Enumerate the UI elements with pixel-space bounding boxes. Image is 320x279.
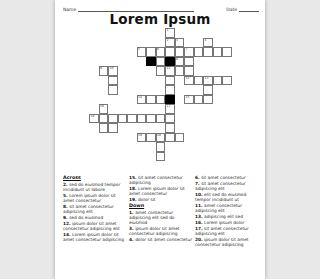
grid-gap xyxy=(165,152,175,162)
cell-number: 14 xyxy=(138,96,142,99)
grid-gap xyxy=(213,57,223,67)
grid-gap xyxy=(108,47,118,57)
grid-gap xyxy=(118,85,128,95)
grid-gap xyxy=(108,104,118,114)
letter-cell[interactable] xyxy=(175,47,185,57)
letter-cell[interactable] xyxy=(156,95,166,105)
grid-gap xyxy=(127,85,137,95)
down-header: Down xyxy=(129,203,193,209)
grid-gap xyxy=(146,28,156,38)
grid-gap xyxy=(99,142,109,152)
grid-gap xyxy=(203,123,213,133)
letter-cell[interactable] xyxy=(213,76,223,86)
across-clue-14: 14. Lorem ipsum dolor sit amet consectet… xyxy=(63,232,127,242)
grid-gap xyxy=(213,85,223,95)
grid-gap xyxy=(146,152,156,162)
grid-gap xyxy=(175,85,185,95)
letter-cell[interactable]: 10 xyxy=(108,66,118,76)
grid-gap xyxy=(222,95,232,105)
grid-gap xyxy=(222,85,232,95)
letter-cell[interactable] xyxy=(203,47,213,57)
down-clue-13: 13. adipiscing elit sed xyxy=(195,214,259,219)
grid-gap xyxy=(89,57,99,67)
grid-gap xyxy=(137,85,147,95)
worksheet-page: NameDate Lorem Ipsum 1234567891011121314… xyxy=(55,0,265,279)
across-header: Across xyxy=(63,175,127,181)
grid-gap xyxy=(222,104,232,114)
letter-cell[interactable] xyxy=(175,66,185,76)
grid-gap xyxy=(175,123,185,133)
grid-gap xyxy=(89,133,99,143)
grid-gap xyxy=(118,133,128,143)
grid-gap xyxy=(156,28,166,38)
grid-gap xyxy=(127,133,137,143)
grid-gap xyxy=(184,133,194,143)
letter-cell[interactable]: 4 xyxy=(203,38,213,48)
letter-cell[interactable]: 18 xyxy=(89,114,99,124)
grid-gap xyxy=(146,104,156,114)
down-clue-17: 17. sit amet consectetur adipiscing elit xyxy=(195,226,259,236)
grid-gap xyxy=(213,152,223,162)
grid-gap xyxy=(108,28,118,38)
grid-gap xyxy=(99,152,109,162)
letter-cell[interactable] xyxy=(194,47,204,57)
grid-gap xyxy=(137,38,147,48)
letter-cell[interactable] xyxy=(222,76,232,86)
grid-gap xyxy=(118,66,128,76)
grid-gap xyxy=(108,152,118,162)
across-clue-8: 8. sit amet consectetur adipiscing elit xyxy=(63,204,127,214)
grid-gap xyxy=(127,28,137,38)
grid-gap xyxy=(118,95,128,105)
cell-number: 3 xyxy=(176,39,178,42)
grid-gap xyxy=(89,66,99,76)
grid-gap xyxy=(137,152,147,162)
grid-gap xyxy=(222,123,232,133)
grid-gap xyxy=(127,66,137,76)
letter-cell[interactable] xyxy=(165,47,175,57)
grid-gap xyxy=(127,152,137,162)
down-clue-6: 6. sit amet consectetur xyxy=(195,175,259,180)
down-clue-7: 7. sit amet consectetur adipiscing elit xyxy=(195,181,259,191)
grid-gap xyxy=(127,38,137,48)
grid-gap xyxy=(203,142,213,152)
grid-gap xyxy=(175,76,185,86)
cell-number: 16 xyxy=(100,105,104,108)
across-clue-5: 5. Lorem ipsum dolor sit amet consectetu… xyxy=(63,193,127,203)
grid-gap xyxy=(146,123,156,133)
cell-number: 13 xyxy=(205,77,209,80)
grid-gap xyxy=(156,38,166,48)
letter-cell[interactable] xyxy=(99,123,109,133)
letter-cell[interactable] xyxy=(146,95,156,105)
grid-gap xyxy=(184,142,194,152)
cell-number: 15 xyxy=(186,96,190,99)
down-clue-16: 16. Lorem ipsum dolor xyxy=(195,220,259,225)
black-cell xyxy=(165,95,175,105)
grid-gap xyxy=(108,95,118,105)
grid-gap xyxy=(222,28,232,38)
grid-gap xyxy=(175,142,185,152)
grid-gap xyxy=(184,114,194,124)
grid-gap xyxy=(222,38,232,48)
letter-cell[interactable]: 14 xyxy=(137,95,147,105)
letter-cell[interactable] xyxy=(99,114,109,124)
down-clue-20: 20. ipsum dolor sit amet consectetur adi… xyxy=(195,237,259,247)
grid-gap xyxy=(194,133,204,143)
grid-gap xyxy=(137,104,147,114)
black-cell xyxy=(165,57,175,67)
letter-cell[interactable] xyxy=(108,85,118,95)
grid-gap xyxy=(137,123,147,133)
letter-cell[interactable] xyxy=(165,85,175,95)
grid-gap xyxy=(175,152,185,162)
grid-gap xyxy=(203,104,213,114)
letter-cell[interactable] xyxy=(194,76,204,86)
clue-lists: Across2. sed do eiusmod tempor incididun… xyxy=(63,175,261,248)
letter-cell[interactable] xyxy=(156,114,166,124)
grid-gap xyxy=(137,57,147,67)
grid-gap xyxy=(175,114,185,124)
letter-cell[interactable] xyxy=(156,142,166,152)
down-clue-4: 4. dolor sit amet consectetur xyxy=(129,237,193,242)
grid-gap xyxy=(203,114,213,124)
across-clue-9: 9. sed do eiusmod xyxy=(63,215,127,220)
grid-gap xyxy=(146,76,156,86)
cell-number: 4 xyxy=(205,39,207,42)
letter-cell[interactable] xyxy=(203,85,213,95)
grid-gap xyxy=(127,142,137,152)
letter-cell[interactable] xyxy=(146,47,156,57)
grid-gap xyxy=(184,152,194,162)
grid-gap xyxy=(213,38,223,48)
grid-gap xyxy=(118,76,128,86)
letter-cell[interactable] xyxy=(118,114,128,124)
grid-gap xyxy=(184,123,194,133)
clue-column-3: 6. sit amet consectetur7. sit amet conse… xyxy=(195,175,259,248)
letter-cell[interactable] xyxy=(146,133,156,143)
clue-column-2: 15. sit amet consectetur adipiscing18. L… xyxy=(129,175,193,248)
letter-cell[interactable]: 5 xyxy=(137,47,147,57)
grid-gap xyxy=(203,66,213,76)
letter-cell[interactable] xyxy=(165,76,175,86)
grid-gap xyxy=(127,76,137,86)
cell-number: 18 xyxy=(91,115,95,118)
grid-gap xyxy=(108,38,118,48)
grid-gap xyxy=(203,28,213,38)
grid-gap xyxy=(99,95,109,105)
letter-cell[interactable] xyxy=(108,76,118,86)
grid-gap xyxy=(213,104,223,114)
letter-cell[interactable]: 16 xyxy=(99,104,109,114)
grid-gap xyxy=(127,57,137,67)
grid-gap xyxy=(194,28,204,38)
grid-gap xyxy=(156,123,166,133)
grid-gap xyxy=(99,38,109,48)
letter-cell[interactable]: 20 xyxy=(156,133,166,143)
grid-gap xyxy=(118,47,128,57)
grid-gap xyxy=(175,104,185,114)
letter-cell[interactable] xyxy=(108,123,118,133)
grid-gap xyxy=(156,85,166,95)
grid-gap xyxy=(127,95,137,105)
grid-gap xyxy=(108,142,118,152)
letter-cell[interactable] xyxy=(165,123,175,133)
cell-number: 12 xyxy=(186,77,190,80)
grid-gap xyxy=(213,133,223,143)
grid-gap xyxy=(222,152,232,162)
down-clue-3: 3. ipsum dolor sit amet consectetur adip… xyxy=(129,226,193,236)
grid-gap xyxy=(127,123,137,133)
grid-gap xyxy=(89,152,99,162)
letter-cell[interactable] xyxy=(108,114,118,124)
grid-gap xyxy=(108,57,118,67)
grid-gap xyxy=(203,152,213,162)
grid-gap xyxy=(89,104,99,114)
grid-gap xyxy=(99,76,109,86)
grid-gap xyxy=(184,85,194,95)
grid-gap xyxy=(184,104,194,114)
grid-gap xyxy=(89,76,99,86)
grid-gap xyxy=(118,142,128,152)
grid-gap xyxy=(99,85,109,95)
grid-gap xyxy=(89,47,99,57)
letter-cell[interactable] xyxy=(213,47,223,57)
letter-cell[interactable]: 11 xyxy=(165,66,175,76)
grid-gap xyxy=(222,57,232,67)
grid-gap xyxy=(213,28,223,38)
down-clue-10: 10. elit sed do eiusmod tempor incididun… xyxy=(195,192,259,202)
grid-gap xyxy=(194,66,204,76)
grid-gap xyxy=(137,142,147,152)
across-clue-19: 19. dolor sit xyxy=(129,197,193,202)
grid-gap xyxy=(89,123,99,133)
grid-gap xyxy=(99,47,109,57)
letter-cell[interactable] xyxy=(165,133,175,143)
grid-gap xyxy=(89,142,99,152)
letter-cell[interactable] xyxy=(203,95,213,105)
across-clue-15: 15. sit amet consectetur adipiscing xyxy=(129,175,193,185)
grid-gap xyxy=(118,28,128,38)
grid-gap xyxy=(194,85,204,95)
letter-cell[interactable] xyxy=(222,47,232,57)
cell-number: 8 xyxy=(176,58,178,61)
grid-gap xyxy=(146,66,156,76)
grid-gap xyxy=(184,38,194,48)
grid-gap xyxy=(118,57,128,67)
letter-cell[interactable]: 12 xyxy=(184,76,194,86)
grid-gap xyxy=(213,123,223,133)
grid-gap xyxy=(175,95,185,105)
grid-gap xyxy=(118,38,128,48)
letter-cell[interactable]: 15 xyxy=(184,95,194,105)
grid-gap xyxy=(194,57,204,67)
grid-gap xyxy=(222,142,232,152)
cell-number: 5 xyxy=(138,48,140,51)
letter-cell[interactable] xyxy=(137,114,147,124)
grid-gap xyxy=(194,104,204,114)
letter-cell[interactable] xyxy=(194,95,204,105)
grid-gap xyxy=(194,38,204,48)
clue-column-1: Across2. sed do eiusmod tempor incididun… xyxy=(63,175,127,248)
grid-gap xyxy=(213,142,223,152)
grid-gap xyxy=(137,28,147,38)
black-cell xyxy=(146,57,156,67)
letter-cell[interactable]: 7 xyxy=(184,47,194,57)
across-clue-2: 2. sed do eiusmod tempor incididunt ut l… xyxy=(63,182,127,192)
grid-gap xyxy=(184,28,194,38)
grid-gap xyxy=(118,123,128,133)
letter-cell[interactable] xyxy=(184,66,194,76)
letter-cell[interactable]: 6 xyxy=(156,47,166,57)
grid-gap xyxy=(137,76,147,86)
cell-number: 17 xyxy=(167,105,171,108)
letter-cell[interactable] xyxy=(175,133,185,143)
letter-cell[interactable] xyxy=(156,66,166,76)
letter-cell[interactable] xyxy=(146,114,156,124)
down-clue-1: 1. amet consectetur adipiscing elit sed … xyxy=(129,210,193,225)
letter-cell[interactable]: 1 xyxy=(165,28,175,38)
grid-gap xyxy=(213,95,223,105)
crossword-grid: 1234567891011121314151617181920 xyxy=(89,28,232,161)
grid-gap xyxy=(156,76,166,86)
grid-gap xyxy=(222,114,232,124)
across-clue-12: 12. ipsum dolor sit amet consectetur adi… xyxy=(63,221,127,231)
grid-gap xyxy=(165,142,175,152)
grid-gap xyxy=(203,133,213,143)
grid-gap xyxy=(127,104,137,114)
cell-number: 2 xyxy=(167,39,169,42)
grid-gap xyxy=(89,28,99,38)
across-clue-18: 18. Lorem ipsum dolor sit amet consectet… xyxy=(129,186,193,196)
letter-cell[interactable]: 13 xyxy=(203,76,213,86)
cell-number: 1 xyxy=(167,29,169,32)
letter-cell[interactable]: 19 xyxy=(137,133,147,143)
cell-number: 19 xyxy=(138,134,142,137)
grid-gap xyxy=(213,66,223,76)
letter-cell[interactable] xyxy=(127,114,137,124)
grid-gap xyxy=(127,47,137,57)
letter-cell[interactable]: 9 xyxy=(99,66,109,76)
grid-gap xyxy=(108,133,118,143)
letter-cell[interactable] xyxy=(184,57,194,67)
puzzle-title: Lorem Ipsum xyxy=(55,11,265,27)
cell-number: 20 xyxy=(157,134,161,137)
cell-number: 11 xyxy=(167,67,171,70)
cell-number: 7 xyxy=(186,48,188,51)
grid-gap xyxy=(146,38,156,48)
grid-gap xyxy=(194,123,204,133)
cell-number: 6 xyxy=(157,48,159,51)
letter-cell[interactable] xyxy=(165,114,175,124)
letter-cell[interactable]: 2 xyxy=(165,38,175,48)
grid-gap xyxy=(194,114,204,124)
letter-cell[interactable]: 17 xyxy=(165,104,175,114)
letter-cell[interactable]: 3 xyxy=(175,38,185,48)
grid-gap xyxy=(194,142,204,152)
grid-gap xyxy=(99,28,109,38)
grid-gap xyxy=(194,152,204,162)
cell-number: 9 xyxy=(100,67,102,70)
grid-gap xyxy=(118,152,128,162)
grid-gap xyxy=(118,104,128,114)
grid-gap xyxy=(213,114,223,124)
grid-gap xyxy=(203,57,213,67)
grid-gap xyxy=(222,133,232,143)
grid-gap xyxy=(99,133,109,143)
grid-gap xyxy=(89,95,99,105)
grid-gap xyxy=(156,104,166,114)
letter-cell[interactable] xyxy=(156,152,166,162)
cell-number: 10 xyxy=(110,67,114,70)
grid-gap xyxy=(146,142,156,152)
grid-gap xyxy=(99,57,109,67)
grid-gap xyxy=(175,28,185,38)
grid-gap xyxy=(89,38,99,48)
grid-gap xyxy=(89,85,99,95)
grid-gap xyxy=(146,85,156,95)
letter-cell[interactable]: 8 xyxy=(175,57,185,67)
grid-gap xyxy=(222,66,232,76)
down-clue-11: 11. amet consectetur adipiscing elit xyxy=(195,203,259,213)
grid-gap xyxy=(137,66,147,76)
letter-cell[interactable] xyxy=(156,57,166,67)
